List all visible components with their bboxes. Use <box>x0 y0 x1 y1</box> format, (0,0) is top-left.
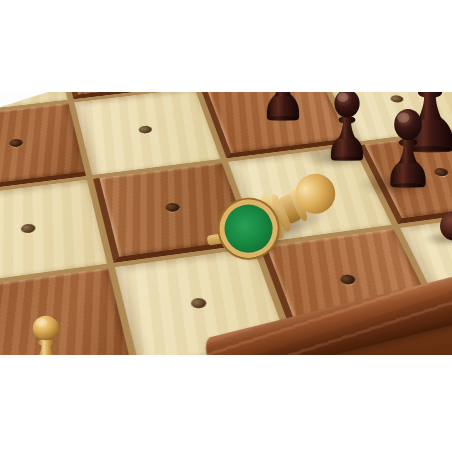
dark-pawn-back-1 <box>262 92 304 122</box>
board-square <box>75 92 221 175</box>
board-square <box>0 103 86 192</box>
board-square <box>0 179 107 283</box>
product-photo-canvas: const data = JSON.parse(document.getElem… <box>0 0 452 452</box>
photo-band <box>0 92 452 355</box>
dark-pawn-front <box>385 103 431 189</box>
dark-pawn-back-2 <box>326 92 368 162</box>
white-pawn-front <box>24 311 68 355</box>
